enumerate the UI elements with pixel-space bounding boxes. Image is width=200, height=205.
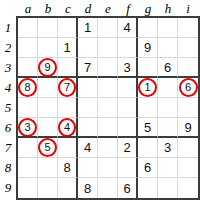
cell-a7[interactable] (18, 138, 38, 158)
cell-e7[interactable] (98, 138, 118, 158)
digit: 4 (84, 141, 91, 154)
cell-g3[interactable] (138, 58, 158, 78)
sudoku-board: abcdefghi 123456789 14199736871634595423… (0, 0, 200, 205)
row-label-2: 2 (1, 38, 15, 58)
cell-g6[interactable]: 5 (138, 118, 158, 138)
cell-d7[interactable]: 4 (78, 138, 98, 158)
column-label-i: i (178, 1, 198, 16)
cell-d6[interactable] (78, 118, 98, 138)
cell-i4[interactable]: 6 (178, 78, 198, 98)
column-labels: abcdefghi (18, 1, 198, 16)
cell-f4[interactable] (118, 78, 138, 98)
digit: 2 (123, 141, 130, 154)
digit: 5 (144, 121, 151, 134)
cell-g1[interactable] (138, 18, 158, 38)
circled-digit: 1 (138, 78, 157, 97)
cell-i7[interactable] (178, 138, 198, 158)
cell-h4[interactable] (158, 78, 178, 98)
digit: 1 (84, 21, 91, 34)
cell-g2[interactable]: 9 (138, 38, 158, 58)
digit: 9 (184, 121, 191, 134)
cell-c3[interactable] (58, 58, 78, 78)
cell-e1[interactable] (98, 18, 118, 38)
cell-a2[interactable] (18, 38, 38, 58)
cell-f8[interactable] (118, 158, 138, 178)
circled-digit: 6 (179, 78, 198, 97)
circled-digit: 5 (38, 138, 57, 157)
cell-a6[interactable]: 3 (18, 118, 38, 138)
digit: 3 (123, 61, 130, 74)
column-label-b: b (38, 1, 58, 16)
cell-b9[interactable] (38, 178, 58, 198)
cell-h7[interactable]: 3 (158, 138, 178, 158)
cell-i6[interactable]: 9 (178, 118, 198, 138)
cell-g8[interactable]: 6 (138, 158, 158, 178)
cell-f6[interactable] (118, 118, 138, 138)
cell-c2[interactable]: 1 (58, 38, 78, 58)
digit: 7 (84, 61, 91, 74)
cell-g7[interactable] (138, 138, 158, 158)
cell-e4[interactable] (98, 78, 118, 98)
column-label-a: a (18, 1, 38, 16)
cell-b2[interactable] (38, 38, 58, 58)
cell-d5[interactable] (78, 98, 98, 118)
column-label-g: g (138, 1, 158, 16)
cell-f7[interactable]: 2 (118, 138, 138, 158)
cell-e6[interactable] (98, 118, 118, 138)
column-label-c: c (58, 1, 78, 16)
cell-h2[interactable] (158, 38, 178, 58)
row-label-9: 9 (1, 178, 15, 198)
cell-b8[interactable] (38, 158, 58, 178)
cell-i5[interactable] (178, 98, 198, 118)
cell-h6[interactable] (158, 118, 178, 138)
cell-a4[interactable]: 8 (18, 78, 38, 98)
cell-e5[interactable] (98, 98, 118, 118)
cell-e2[interactable] (98, 38, 118, 58)
cell-h1[interactable] (158, 18, 178, 38)
digit: 6 (144, 161, 151, 174)
column-label-d: d (78, 1, 98, 16)
row-labels: 123456789 (1, 18, 15, 198)
cell-d1[interactable]: 1 (78, 18, 98, 38)
column-label-f: f (118, 1, 138, 16)
row-label-4: 4 (1, 78, 15, 98)
cell-f2[interactable] (118, 38, 138, 58)
cell-g5[interactable] (138, 98, 158, 118)
digit: 4 (123, 21, 130, 34)
cell-i1[interactable] (178, 18, 198, 38)
cell-i8[interactable] (178, 158, 198, 178)
digit: 6 (123, 182, 130, 195)
cell-d9[interactable]: 8 (78, 178, 98, 198)
circled-digit: 9 (38, 58, 57, 77)
cell-d3[interactable]: 7 (78, 58, 98, 78)
cell-b3[interactable]: 9 (38, 58, 58, 78)
cell-b1[interactable] (38, 18, 58, 38)
cell-b6[interactable] (38, 118, 58, 138)
cell-c9[interactable] (58, 178, 78, 198)
column-label-e: e (98, 1, 118, 16)
row-label-3: 3 (1, 58, 15, 78)
row-label-5: 5 (1, 98, 15, 118)
cell-g9[interactable] (138, 178, 158, 198)
sudoku-grid: 141997368716345954238686 (16, 16, 200, 200)
row-label-7: 7 (1, 138, 15, 158)
row-label-8: 8 (1, 158, 15, 178)
cell-b4[interactable] (38, 78, 58, 98)
digit: 9 (144, 41, 151, 54)
cell-h3[interactable]: 6 (158, 58, 178, 78)
circled-digit: 8 (18, 78, 37, 97)
cell-h8[interactable] (158, 158, 178, 178)
cell-b5[interactable] (38, 98, 58, 118)
cell-c8[interactable]: 8 (58, 158, 78, 178)
cell-f9[interactable]: 6 (118, 178, 138, 198)
cell-d4[interactable] (78, 78, 98, 98)
cell-a3[interactable] (18, 58, 38, 78)
cell-c5[interactable] (58, 98, 78, 118)
cell-i9[interactable] (178, 178, 198, 198)
row-label-1: 1 (1, 18, 15, 38)
cell-f5[interactable] (118, 98, 138, 118)
cell-c4[interactable]: 7 (58, 78, 78, 98)
digit: 6 (164, 61, 171, 74)
digit: 8 (84, 182, 91, 195)
cell-a9[interactable] (18, 178, 38, 198)
cell-d8[interactable] (78, 158, 98, 178)
cell-b7[interactable]: 5 (38, 138, 58, 158)
cell-c6[interactable]: 4 (58, 118, 78, 138)
cell-f1[interactable]: 4 (118, 18, 138, 38)
cell-h9[interactable] (158, 178, 178, 198)
cell-g4[interactable]: 1 (138, 78, 158, 98)
cell-a5[interactable] (18, 98, 38, 118)
digit: 1 (63, 41, 70, 54)
circled-digit: 4 (58, 118, 76, 137)
circled-digit: 3 (18, 118, 37, 137)
cell-d2[interactable] (78, 38, 98, 58)
cell-a8[interactable] (18, 158, 38, 178)
cell-e8[interactable] (98, 158, 118, 178)
cell-h5[interactable] (158, 98, 178, 118)
cell-c7[interactable] (58, 138, 78, 158)
cell-e9[interactable] (98, 178, 118, 198)
cell-i2[interactable] (178, 38, 198, 58)
cell-e3[interactable] (98, 58, 118, 78)
cell-f3[interactable]: 3 (118, 58, 138, 78)
cell-a1[interactable] (18, 18, 38, 38)
circled-digit: 7 (58, 78, 76, 97)
column-label-h: h (158, 1, 178, 16)
cell-c1[interactable] (58, 18, 78, 38)
row-label-6: 6 (1, 118, 15, 138)
digit: 3 (164, 141, 171, 154)
cell-i3[interactable] (178, 58, 198, 78)
digit: 8 (63, 161, 70, 174)
